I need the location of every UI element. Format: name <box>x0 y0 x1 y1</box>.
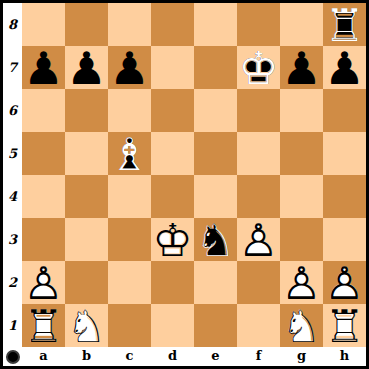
white-rook-outline-glyph: ♖ <box>22 305 65 348</box>
square-e4[interactable] <box>194 175 237 218</box>
rank-label-6: 6 <box>3 89 22 132</box>
square-g8[interactable] <box>280 3 323 46</box>
rank-label-3: 3 <box>3 218 22 261</box>
chess-board: ♜♖♟♙♟♙♟♙♚♔♟♙♟♙♝♗♚♔♞♘♟♙♟♙♟♙♟♙♜♖♞♘♞♘♜♖ <box>22 3 366 347</box>
square-g1[interactable]: ♞♘ <box>280 304 323 347</box>
black-pawn: ♟♙ <box>108 46 151 89</box>
square-d7[interactable] <box>151 46 194 89</box>
square-g3[interactable] <box>280 218 323 261</box>
file-labels: abcdefgh <box>22 347 366 366</box>
black-bishop-fill-glyph: ♝ <box>108 133 151 176</box>
square-h3[interactable] <box>323 218 366 261</box>
black-pawn: ♟♙ <box>65 46 108 89</box>
white-rook-fill-glyph: ♜ <box>323 305 366 348</box>
square-c7[interactable]: ♟♙ <box>108 46 151 89</box>
black-pawn: ♟♙ <box>280 46 323 89</box>
square-f8[interactable] <box>237 3 280 46</box>
square-b8[interactable] <box>65 3 108 46</box>
rank-label-2: 2 <box>3 261 22 304</box>
square-e5[interactable] <box>194 132 237 175</box>
square-e2[interactable] <box>194 261 237 304</box>
file-label-d: d <box>151 347 194 366</box>
square-b6[interactable] <box>65 89 108 132</box>
square-c5[interactable]: ♝♗ <box>108 132 151 175</box>
white-pawn: ♟♙ <box>237 218 280 261</box>
black-pawn-fill-glyph: ♟ <box>65 47 108 90</box>
square-f2[interactable] <box>237 261 280 304</box>
file-label-h: h <box>323 347 366 366</box>
white-pawn-fill-glyph: ♟ <box>280 262 323 305</box>
white-pawn: ♟♙ <box>22 261 65 304</box>
white-pawn-fill-glyph: ♟ <box>22 262 65 305</box>
square-a1[interactable]: ♜♖ <box>22 304 65 347</box>
square-b7[interactable]: ♟♙ <box>65 46 108 89</box>
square-h7[interactable]: ♟♙ <box>323 46 366 89</box>
square-h5[interactable] <box>323 132 366 175</box>
square-g4[interactable] <box>280 175 323 218</box>
square-e8[interactable] <box>194 3 237 46</box>
white-king: ♚♔ <box>151 218 194 261</box>
square-g5[interactable] <box>280 132 323 175</box>
black-king: ♚♔ <box>237 46 280 89</box>
square-c3[interactable] <box>108 218 151 261</box>
square-b1[interactable]: ♞♘ <box>65 304 108 347</box>
square-a5[interactable] <box>22 132 65 175</box>
square-g6[interactable] <box>280 89 323 132</box>
white-rook-fill-glyph: ♜ <box>22 305 65 348</box>
square-f7[interactable]: ♚♔ <box>237 46 280 89</box>
white-knight-outline-glyph: ♘ <box>280 305 323 348</box>
square-e1[interactable] <box>194 304 237 347</box>
black-king-outline-glyph: ♔ <box>237 47 280 90</box>
white-knight-fill-glyph: ♞ <box>280 305 323 348</box>
white-rook: ♜♖ <box>323 304 366 347</box>
file-label-g: g <box>280 347 323 366</box>
white-pawn-outline-glyph: ♙ <box>22 262 65 305</box>
square-c4[interactable] <box>108 175 151 218</box>
square-h4[interactable] <box>323 175 366 218</box>
square-f1[interactable] <box>237 304 280 347</box>
rank-label-4: 4 <box>3 175 22 218</box>
black-pawn-fill-glyph: ♟ <box>22 47 65 90</box>
file-label-a: a <box>22 347 65 366</box>
black-rook-fill-glyph: ♜ <box>323 4 366 47</box>
rank-label-7: 7 <box>3 46 22 89</box>
white-king-fill-glyph: ♚ <box>151 219 194 262</box>
black-rook-outline-glyph: ♖ <box>323 4 366 47</box>
white-pawn-fill-glyph: ♟ <box>237 219 280 262</box>
file-label-e: e <box>194 347 237 366</box>
black-pawn-fill-glyph: ♟ <box>280 47 323 90</box>
black-knight: ♞♘ <box>194 218 237 261</box>
square-a4[interactable] <box>22 175 65 218</box>
white-knight-outline-glyph: ♘ <box>65 305 108 348</box>
white-pawn-fill-glyph: ♟ <box>323 262 366 305</box>
black-pawn: ♟♙ <box>22 46 65 89</box>
square-e7[interactable] <box>194 46 237 89</box>
square-e3[interactable]: ♞♘ <box>194 218 237 261</box>
square-h2[interactable]: ♟♙ <box>323 261 366 304</box>
square-h6[interactable] <box>323 89 366 132</box>
square-a3[interactable] <box>22 218 65 261</box>
square-h8[interactable]: ♜♖ <box>323 3 366 46</box>
white-knight: ♞♘ <box>280 304 323 347</box>
square-d2[interactable] <box>151 261 194 304</box>
white-pawn: ♟♙ <box>323 261 366 304</box>
square-a6[interactable] <box>22 89 65 132</box>
black-to-move-indicator <box>6 350 20 364</box>
white-knight-fill-glyph: ♞ <box>65 305 108 348</box>
square-d4[interactable] <box>151 175 194 218</box>
square-a2[interactable]: ♟♙ <box>22 261 65 304</box>
square-c8[interactable] <box>108 3 151 46</box>
white-pawn-outline-glyph: ♙ <box>323 262 366 305</box>
black-pawn-fill-glyph: ♟ <box>108 47 151 90</box>
square-b2[interactable] <box>65 261 108 304</box>
white-rook: ♜♖ <box>22 304 65 347</box>
square-g2[interactable]: ♟♙ <box>280 261 323 304</box>
white-pawn-outline-glyph: ♙ <box>280 262 323 305</box>
square-a8[interactable] <box>22 3 65 46</box>
square-b5[interactable] <box>65 132 108 175</box>
square-d1[interactable] <box>151 304 194 347</box>
white-pawn: ♟♙ <box>280 261 323 304</box>
square-c2[interactable] <box>108 261 151 304</box>
square-g7[interactable]: ♟♙ <box>280 46 323 89</box>
square-b3[interactable] <box>65 218 108 261</box>
file-label-c: c <box>108 347 151 366</box>
square-c6[interactable] <box>108 89 151 132</box>
square-d3[interactable]: ♚♔ <box>151 218 194 261</box>
white-king-outline-glyph: ♔ <box>151 219 194 262</box>
square-d5[interactable] <box>151 132 194 175</box>
square-d8[interactable] <box>151 3 194 46</box>
white-rook-outline-glyph: ♖ <box>323 305 366 348</box>
black-pawn: ♟♙ <box>323 46 366 89</box>
rank-label-8: 8 <box>3 3 22 46</box>
move-indicator-corner <box>3 347 22 366</box>
white-knight: ♞♘ <box>65 304 108 347</box>
square-f3[interactable]: ♟♙ <box>237 218 280 261</box>
black-pawn-fill-glyph: ♟ <box>323 47 366 90</box>
black-knight-outline-glyph: ♘ <box>194 219 237 262</box>
square-a7[interactable]: ♟♙ <box>22 46 65 89</box>
black-rook: ♜♖ <box>323 3 366 46</box>
black-king-fill-glyph: ♚ <box>237 47 280 90</box>
square-e6[interactable] <box>194 89 237 132</box>
black-knight-fill-glyph: ♞ <box>194 219 237 262</box>
black-bishop-outline-glyph: ♗ <box>108 133 151 176</box>
square-h1[interactable]: ♜♖ <box>323 304 366 347</box>
square-f5[interactable] <box>237 132 280 175</box>
rank-label-5: 5 <box>3 132 22 175</box>
square-f6[interactable] <box>237 89 280 132</box>
rank-label-1: 1 <box>3 304 22 347</box>
file-label-b: b <box>65 347 108 366</box>
square-c1[interactable] <box>108 304 151 347</box>
square-f4[interactable] <box>237 175 280 218</box>
white-pawn-outline-glyph: ♙ <box>237 219 280 262</box>
square-b4[interactable] <box>65 175 108 218</box>
square-d6[interactable] <box>151 89 194 132</box>
black-bishop: ♝♗ <box>108 132 151 175</box>
file-label-f: f <box>237 347 280 366</box>
chess-diagram: 87654321 ♜♖♟♙♟♙♟♙♚♔♟♙♟♙♝♗♚♔♞♘♟♙♟♙♟♙♟♙♜♖♞… <box>0 0 369 369</box>
rank-labels: 87654321 <box>3 3 22 347</box>
